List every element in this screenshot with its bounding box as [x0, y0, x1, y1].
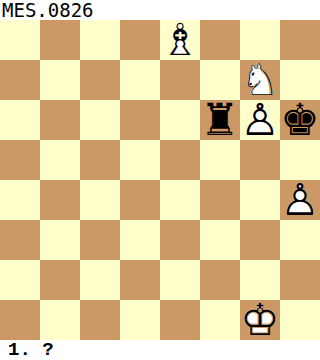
- square-e6[interactable]: [160, 100, 200, 140]
- square-h2[interactable]: [280, 260, 320, 300]
- square-b6[interactable]: [40, 100, 80, 140]
- square-h5[interactable]: [280, 140, 320, 180]
- square-a1[interactable]: [0, 300, 40, 340]
- white-king-fill: ♚: [240, 300, 280, 340]
- square-d7[interactable]: [120, 60, 160, 100]
- square-f6[interactable]: ♜: [200, 100, 240, 140]
- square-g5[interactable]: [240, 140, 280, 180]
- square-f2[interactable]: [200, 260, 240, 300]
- square-d4[interactable]: [120, 180, 160, 220]
- square-a8[interactable]: [0, 20, 40, 60]
- square-h1[interactable]: [280, 300, 320, 340]
- square-e5[interactable]: [160, 140, 200, 180]
- white-pawn: ♙: [240, 100, 280, 140]
- square-g4[interactable]: [240, 180, 280, 220]
- white-bishop-fill: ♝: [160, 20, 200, 60]
- white-knight-fill: ♞: [240, 60, 280, 100]
- square-e7[interactable]: [160, 60, 200, 100]
- square-b5[interactable]: [40, 140, 80, 180]
- square-g8[interactable]: [240, 20, 280, 60]
- square-c1[interactable]: [80, 300, 120, 340]
- square-b3[interactable]: [40, 220, 80, 260]
- white-pawn-fill: ♟: [280, 180, 320, 220]
- square-g1[interactable]: ♚♔: [240, 300, 280, 340]
- square-d5[interactable]: [120, 140, 160, 180]
- square-f5[interactable]: [200, 140, 240, 180]
- square-e1[interactable]: [160, 300, 200, 340]
- square-b8[interactable]: [40, 20, 80, 60]
- white-bishop: ♗: [160, 20, 200, 60]
- square-e8[interactable]: ♝♗: [160, 20, 200, 60]
- square-e4[interactable]: [160, 180, 200, 220]
- puzzle-id-label: MES.0826: [0, 0, 320, 20]
- square-d2[interactable]: [120, 260, 160, 300]
- square-b1[interactable]: [40, 300, 80, 340]
- black-king: ♚: [280, 100, 320, 140]
- square-c8[interactable]: [80, 20, 120, 60]
- square-g3[interactable]: [240, 220, 280, 260]
- square-d8[interactable]: [120, 20, 160, 60]
- square-f7[interactable]: [200, 60, 240, 100]
- square-d1[interactable]: [120, 300, 160, 340]
- white-king: ♔: [240, 300, 280, 340]
- square-c7[interactable]: [80, 60, 120, 100]
- square-a4[interactable]: [0, 180, 40, 220]
- square-h4[interactable]: ♟♙: [280, 180, 320, 220]
- square-c5[interactable]: [80, 140, 120, 180]
- chess-board: ♝♗♞♘♜♟♙♚♟♙♚♔: [0, 20, 320, 340]
- square-c2[interactable]: [80, 260, 120, 300]
- square-e3[interactable]: [160, 220, 200, 260]
- square-a5[interactable]: [0, 140, 40, 180]
- square-c4[interactable]: [80, 180, 120, 220]
- square-d6[interactable]: [120, 100, 160, 140]
- square-f3[interactable]: [200, 220, 240, 260]
- square-a3[interactable]: [0, 220, 40, 260]
- square-h3[interactable]: [280, 220, 320, 260]
- square-g2[interactable]: [240, 260, 280, 300]
- white-pawn-fill: ♟: [240, 100, 280, 140]
- square-h7[interactable]: [280, 60, 320, 100]
- square-h6[interactable]: ♚: [280, 100, 320, 140]
- square-f1[interactable]: [200, 300, 240, 340]
- square-a2[interactable]: [0, 260, 40, 300]
- black-rook: ♜: [200, 100, 240, 140]
- square-b7[interactable]: [40, 60, 80, 100]
- square-g7[interactable]: ♞♘: [240, 60, 280, 100]
- white-pawn: ♙: [280, 180, 320, 220]
- square-b2[interactable]: [40, 260, 80, 300]
- square-f4[interactable]: [200, 180, 240, 220]
- square-c3[interactable]: [80, 220, 120, 260]
- square-b4[interactable]: [40, 180, 80, 220]
- white-knight: ♘: [240, 60, 280, 100]
- square-f8[interactable]: [200, 20, 240, 60]
- square-h8[interactable]: [280, 20, 320, 60]
- square-d3[interactable]: [120, 220, 160, 260]
- square-c6[interactable]: [80, 100, 120, 140]
- square-e2[interactable]: [160, 260, 200, 300]
- square-a7[interactable]: [0, 60, 40, 100]
- move-prompt-label: 1. ?: [0, 340, 320, 360]
- square-a6[interactable]: [0, 100, 40, 140]
- chess-puzzle-app: MES.0826 ♝♗♞♘♜♟♙♚♟♙♚♔ 1. ?: [0, 0, 320, 360]
- square-g6[interactable]: ♟♙: [240, 100, 280, 140]
